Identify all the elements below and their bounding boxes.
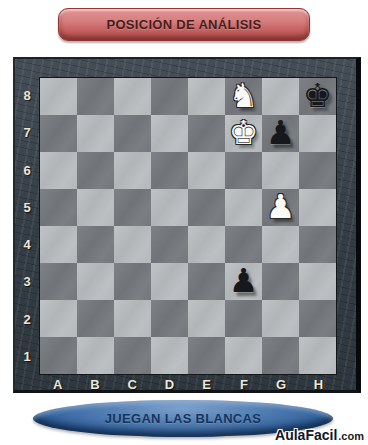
square-g4[interactable] [262,226,299,263]
square-e6[interactable] [188,152,225,189]
piece-black-pawn-g7[interactable]: ♟ [262,115,299,152]
square-f5[interactable] [225,189,262,226]
square-h7[interactable] [299,115,336,152]
square-a5[interactable] [40,189,77,226]
rank-label-2: 2 [15,301,39,338]
square-e3[interactable] [188,263,225,300]
brand-name: AulaFacil [275,427,337,443]
square-a2[interactable] [40,300,77,337]
square-e8[interactable] [188,78,225,115]
square-a7[interactable] [40,115,77,152]
square-f4[interactable] [225,226,262,263]
square-c8[interactable] [114,78,151,115]
square-h4[interactable] [299,226,336,263]
square-f1[interactable] [225,337,262,374]
chess-board: 87654321 ♞♚♚♟♟♟ ABCDEFGH [13,57,361,393]
square-f6[interactable] [225,152,262,189]
square-b7[interactable] [77,115,114,152]
piece-white-knight-f8[interactable]: ♞ [225,78,262,115]
piece-white-king-f7[interactable]: ♚ [225,115,262,152]
square-g7[interactable]: ♟ [262,115,299,152]
square-d2[interactable] [151,300,188,337]
brand-link[interactable]: AulaFacil .com [275,427,364,443]
square-a8[interactable] [40,78,77,115]
square-d4[interactable] [151,226,188,263]
square-g3[interactable] [262,263,299,300]
square-a1[interactable] [40,337,77,374]
square-g6[interactable] [262,152,299,189]
square-e7[interactable] [188,115,225,152]
square-h5[interactable] [299,189,336,226]
square-h3[interactable] [299,263,336,300]
piece-black-pawn-f3[interactable]: ♟ [225,263,262,300]
rank-label-6: 6 [15,152,39,189]
file-label-c: C [114,375,151,394]
square-a3[interactable] [40,263,77,300]
square-c6[interactable] [114,152,151,189]
square-e5[interactable] [188,189,225,226]
analysis-title-banner: POSICIÓN DE ANÁLISIS [58,8,310,41]
rank-labels: 87654321 [15,77,39,375]
square-c3[interactable] [114,263,151,300]
file-label-b: B [76,375,113,394]
file-label-h: H [300,375,337,394]
square-g2[interactable] [262,300,299,337]
file-label-a: A [39,375,76,394]
file-label-g: G [263,375,300,394]
square-c1[interactable] [114,337,151,374]
square-g1[interactable] [262,337,299,374]
square-c5[interactable] [114,189,151,226]
rank-label-7: 7 [15,114,39,151]
square-f7[interactable]: ♚ [225,115,262,152]
square-f2[interactable] [225,300,262,337]
square-g5[interactable]: ♟ [262,189,299,226]
square-a4[interactable] [40,226,77,263]
file-label-e: E [188,375,225,394]
file-label-f: F [225,375,262,394]
square-b5[interactable] [77,189,114,226]
square-e4[interactable] [188,226,225,263]
square-d7[interactable] [151,115,188,152]
board-grid: ♞♚♚♟♟♟ [39,77,337,375]
square-h8[interactable]: ♚ [299,78,336,115]
square-h1[interactable] [299,337,336,374]
square-c4[interactable] [114,226,151,263]
square-f8[interactable]: ♞ [225,78,262,115]
brand-suffix: .com [338,430,364,442]
square-e1[interactable] [188,337,225,374]
square-d1[interactable] [151,337,188,374]
rank-label-4: 4 [15,226,39,263]
square-b8[interactable] [77,78,114,115]
file-label-d: D [151,375,188,394]
square-h2[interactable] [299,300,336,337]
square-b6[interactable] [77,152,114,189]
turn-banner-label: JUEGAN LAS BLANCAS [105,411,261,426]
rank-label-5: 5 [15,189,39,226]
square-b3[interactable] [77,263,114,300]
square-b2[interactable] [77,300,114,337]
rank-label-1: 1 [15,338,39,375]
square-a6[interactable] [40,152,77,189]
page: POSICIÓN DE ANÁLISIS 87654321 ♞♚♚♟♟♟ ABC… [0,0,368,445]
square-c2[interactable] [114,300,151,337]
square-b4[interactable] [77,226,114,263]
rank-label-8: 8 [15,77,39,114]
piece-white-pawn-g5[interactable]: ♟ [262,189,299,226]
square-g8[interactable] [262,78,299,115]
piece-black-king-h8[interactable]: ♚ [299,78,336,115]
rank-label-3: 3 [15,263,39,300]
square-d3[interactable] [151,263,188,300]
square-b1[interactable] [77,337,114,374]
square-d8[interactable] [151,78,188,115]
square-d5[interactable] [151,189,188,226]
square-f3[interactable]: ♟ [225,263,262,300]
page-title: POSICIÓN DE ANÁLISIS [106,17,261,32]
square-c7[interactable] [114,115,151,152]
square-h6[interactable] [299,152,336,189]
square-e2[interactable] [188,300,225,337]
square-d6[interactable] [151,152,188,189]
file-labels: ABCDEFGH [39,375,337,394]
